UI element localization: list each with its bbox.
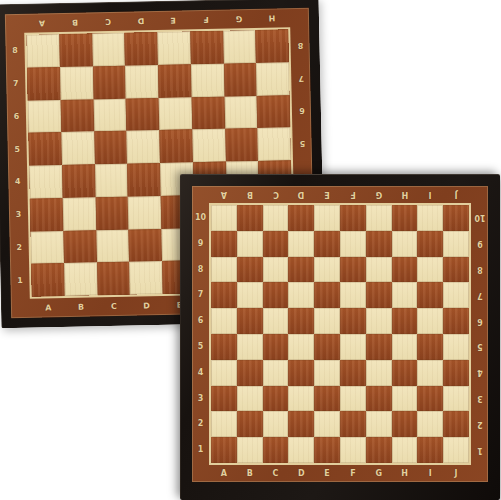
square-C6 — [263, 308, 289, 334]
square-A8 — [211, 257, 237, 283]
square-F7 — [340, 282, 366, 308]
square-C5 — [263, 334, 289, 360]
square-A9 — [211, 231, 237, 257]
square-B6 — [237, 308, 263, 334]
square-B1 — [64, 263, 97, 296]
square-I7 — [417, 282, 443, 308]
file-label-bottom-C: C — [104, 297, 124, 316]
square-H6 — [257, 95, 290, 128]
rank-label-right-4: 4 — [470, 364, 490, 381]
square-C1 — [97, 262, 130, 295]
rank-label-right-1: 1 — [470, 442, 490, 459]
square-G4 — [366, 360, 392, 386]
file-label-bottom-B: B — [240, 465, 260, 482]
square-F5 — [192, 129, 225, 162]
square-C5 — [94, 131, 127, 164]
square-E8 — [157, 31, 190, 64]
square-F4 — [340, 360, 366, 386]
square-H1 — [392, 437, 418, 463]
file-label-bottom-A: A — [38, 298, 58, 317]
square-F6 — [191, 96, 224, 129]
file-label-bottom-D: D — [136, 296, 156, 315]
square-H8 — [255, 29, 288, 62]
square-G1 — [366, 437, 392, 463]
file-label-bottom-B: B — [71, 297, 91, 316]
square-A5 — [211, 334, 237, 360]
square-F5 — [340, 334, 366, 360]
square-E1 — [314, 437, 340, 463]
rank-label-left-8: 8 — [5, 42, 25, 61]
product-photo: AABBCCDDEEFFGGHH8877665544332211 AABBCCD… — [0, 0, 501, 500]
square-D4 — [127, 163, 160, 196]
square-A1 — [211, 437, 237, 463]
file-label-top-G: G — [369, 186, 389, 203]
square-B9 — [237, 231, 263, 257]
square-A10 — [211, 205, 237, 231]
rank-label-left-8: 8 — [191, 261, 211, 278]
square-A4 — [211, 360, 237, 386]
rank-label-left-6: 6 — [191, 313, 211, 330]
square-H4 — [392, 360, 418, 386]
square-B2 — [63, 230, 96, 263]
square-D9 — [288, 231, 314, 257]
square-E6 — [159, 97, 192, 130]
square-J3 — [443, 386, 469, 412]
rank-label-left-2: 2 — [191, 416, 211, 433]
file-label-top-G: G — [229, 9, 249, 28]
square-A5 — [28, 132, 61, 165]
square-D8 — [125, 32, 158, 65]
square-B3 — [62, 197, 95, 230]
square-G6 — [224, 95, 257, 128]
square-D4 — [288, 360, 314, 386]
square-J10 — [443, 205, 469, 231]
rank-label-left-5: 5 — [7, 140, 27, 159]
square-I3 — [417, 386, 443, 412]
square-H10 — [392, 205, 418, 231]
square-B1 — [237, 437, 263, 463]
playing-grid — [211, 205, 469, 463]
square-C3 — [95, 196, 128, 229]
rank-label-right-8: 8 — [470, 261, 490, 278]
square-D2 — [129, 228, 162, 261]
square-F1 — [340, 437, 366, 463]
square-D7 — [288, 282, 314, 308]
square-F9 — [340, 231, 366, 257]
square-F6 — [340, 308, 366, 334]
square-J1 — [443, 437, 469, 463]
square-A7 — [27, 67, 60, 100]
square-E7 — [158, 64, 191, 97]
file-label-top-E: E — [163, 10, 183, 29]
square-J8 — [443, 257, 469, 283]
rank-label-left-6: 6 — [6, 107, 26, 126]
file-label-bottom-D: D — [291, 465, 311, 482]
square-C7 — [263, 282, 289, 308]
square-I10 — [417, 205, 443, 231]
file-label-top-H: H — [261, 8, 281, 27]
rank-label-left-4: 4 — [191, 364, 211, 381]
rank-label-left-3: 3 — [8, 205, 28, 224]
square-G10 — [366, 205, 392, 231]
square-F7 — [191, 63, 224, 96]
square-B7 — [237, 282, 263, 308]
square-E2 — [314, 411, 340, 437]
rank-label-left-2: 2 — [9, 238, 29, 257]
rank-label-right-6: 6 — [470, 313, 490, 330]
square-B4 — [62, 164, 95, 197]
square-A8 — [26, 34, 59, 67]
square-C7 — [92, 65, 125, 98]
square-A1 — [31, 263, 64, 296]
square-D3 — [288, 386, 314, 412]
square-G8 — [223, 30, 256, 63]
square-B8 — [59, 33, 92, 66]
square-H7 — [392, 282, 418, 308]
square-J9 — [443, 231, 469, 257]
rank-label-right-5: 5 — [470, 338, 490, 355]
square-C6 — [93, 98, 126, 131]
square-H8 — [392, 257, 418, 283]
square-D8 — [288, 257, 314, 283]
square-I8 — [417, 257, 443, 283]
square-E9 — [314, 231, 340, 257]
square-B3 — [237, 386, 263, 412]
square-I5 — [417, 334, 443, 360]
square-C8 — [263, 257, 289, 283]
square-A6 — [28, 100, 61, 133]
square-G5 — [225, 128, 258, 161]
square-A2 — [211, 411, 237, 437]
file-label-top-F: F — [343, 186, 363, 203]
file-label-top-F: F — [196, 10, 216, 29]
square-A2 — [30, 231, 63, 264]
square-A7 — [211, 282, 237, 308]
square-E4 — [314, 360, 340, 386]
rank-label-left-9: 9 — [191, 235, 211, 252]
square-C9 — [263, 231, 289, 257]
square-E10 — [314, 205, 340, 231]
square-J2 — [443, 411, 469, 437]
square-B7 — [60, 66, 93, 99]
rank-label-left-1: 1 — [191, 442, 211, 459]
file-label-top-H: H — [395, 186, 415, 203]
square-A3 — [211, 386, 237, 412]
square-E8 — [314, 257, 340, 283]
square-J7 — [443, 282, 469, 308]
square-C4 — [263, 360, 289, 386]
rank-label-right-8: 8 — [290, 36, 310, 55]
square-H9 — [392, 231, 418, 257]
rank-label-right-2: 2 — [470, 416, 490, 433]
square-G7 — [223, 63, 256, 96]
square-F8 — [340, 257, 366, 283]
square-A3 — [30, 198, 63, 231]
rank-label-right-7: 7 — [291, 68, 311, 87]
square-F8 — [190, 31, 223, 64]
square-H6 — [392, 308, 418, 334]
file-label-bottom-G: G — [369, 465, 389, 482]
square-D5 — [288, 334, 314, 360]
square-D2 — [288, 411, 314, 437]
rank-label-right-6: 6 — [291, 101, 311, 120]
file-label-bottom-I: I — [420, 465, 440, 482]
square-E5 — [159, 130, 192, 163]
file-label-top-E: E — [317, 186, 337, 203]
square-B2 — [237, 411, 263, 437]
rank-label-right-10: 10 — [470, 209, 490, 226]
square-B5 — [61, 132, 94, 165]
rank-label-left-3: 3 — [191, 390, 211, 407]
square-H5 — [258, 128, 291, 161]
file-label-bottom-A: A — [214, 465, 234, 482]
file-label-top-C: C — [266, 186, 286, 203]
square-E7 — [314, 282, 340, 308]
rank-label-right-9: 9 — [470, 235, 490, 252]
square-C10 — [263, 205, 289, 231]
square-I4 — [417, 360, 443, 386]
square-C2 — [96, 229, 129, 262]
rank-label-left-7: 7 — [6, 74, 26, 93]
square-G9 — [366, 231, 392, 257]
square-G3 — [366, 386, 392, 412]
square-D7 — [125, 65, 158, 98]
square-A4 — [29, 165, 62, 198]
square-H3 — [392, 386, 418, 412]
file-label-bottom-F: F — [343, 465, 363, 482]
file-label-top-D: D — [291, 186, 311, 203]
file-label-top-I: I — [420, 186, 440, 203]
square-E3 — [314, 386, 340, 412]
file-label-top-A: A — [32, 13, 52, 32]
square-G8 — [366, 257, 392, 283]
square-B6 — [60, 99, 93, 132]
square-B8 — [237, 257, 263, 283]
file-label-top-A: A — [214, 186, 234, 203]
draughts-board-10x10: AABBCCDDEEFFGGHHIIJJ10109988776655443322… — [180, 174, 500, 500]
rank-label-left-5: 5 — [191, 338, 211, 355]
file-label-bottom-E: E — [317, 465, 337, 482]
square-J6 — [443, 308, 469, 334]
square-F2 — [340, 411, 366, 437]
square-D1 — [129, 261, 162, 294]
square-J5 — [443, 334, 469, 360]
rank-label-right-7: 7 — [470, 287, 490, 304]
file-label-top-B: B — [240, 186, 260, 203]
square-H2 — [392, 411, 418, 437]
square-C2 — [263, 411, 289, 437]
rank-label-right-5: 5 — [292, 134, 312, 153]
square-G5 — [366, 334, 392, 360]
rank-label-left-10: 10 — [191, 209, 211, 226]
square-C8 — [92, 33, 125, 66]
square-J4 — [443, 360, 469, 386]
square-F3 — [340, 386, 366, 412]
file-label-top-D: D — [130, 11, 150, 30]
square-C3 — [263, 386, 289, 412]
file-label-bottom-C: C — [266, 465, 286, 482]
file-label-top-J: J — [446, 186, 466, 203]
square-E5 — [314, 334, 340, 360]
rank-label-left-1: 1 — [10, 271, 30, 290]
square-D10 — [288, 205, 314, 231]
square-G7 — [366, 282, 392, 308]
square-B4 — [237, 360, 263, 386]
rank-label-left-4: 4 — [8, 173, 28, 192]
square-H7 — [256, 62, 289, 95]
file-label-top-C: C — [98, 12, 118, 31]
square-C4 — [95, 164, 128, 197]
square-I2 — [417, 411, 443, 437]
square-D5 — [127, 130, 160, 163]
square-A6 — [211, 308, 237, 334]
square-E6 — [314, 308, 340, 334]
rank-label-right-3: 3 — [470, 390, 490, 407]
square-I6 — [417, 308, 443, 334]
square-H5 — [392, 334, 418, 360]
square-B5 — [237, 334, 263, 360]
square-I1 — [417, 437, 443, 463]
file-label-bottom-J: J — [446, 465, 466, 482]
square-G2 — [366, 411, 392, 437]
square-G6 — [366, 308, 392, 334]
file-label-top-B: B — [65, 13, 85, 32]
rank-label-left-7: 7 — [191, 287, 211, 304]
square-D1 — [288, 437, 314, 463]
square-D6 — [126, 98, 159, 131]
square-B10 — [237, 205, 263, 231]
square-D3 — [128, 196, 161, 229]
square-I9 — [417, 231, 443, 257]
square-F10 — [340, 205, 366, 231]
square-D6 — [288, 308, 314, 334]
square-C1 — [263, 437, 289, 463]
file-label-bottom-H: H — [395, 465, 415, 482]
